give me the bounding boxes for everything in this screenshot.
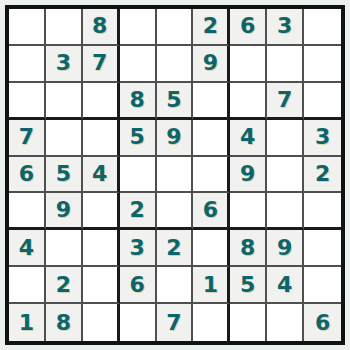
cell-r5c5[interactable] xyxy=(157,157,194,194)
cell-r7c9[interactable] xyxy=(304,230,341,267)
cell-r3c3[interactable] xyxy=(83,83,120,120)
cell-r2c6[interactable]: 9 xyxy=(193,46,230,83)
cell-r9c3[interactable] xyxy=(83,304,120,341)
cell-r7c4[interactable]: 3 xyxy=(120,230,157,267)
cell-r8c4[interactable]: 6 xyxy=(120,267,157,304)
cell-r6c7[interactable] xyxy=(230,193,267,230)
cell-r5c3[interactable]: 4 xyxy=(83,157,120,194)
cell-r9c4[interactable] xyxy=(120,304,157,341)
cell-r4c9[interactable]: 3 xyxy=(304,120,341,157)
cell-r9c8[interactable] xyxy=(267,304,304,341)
cell-r6c4[interactable]: 2 xyxy=(120,193,157,230)
cell-r8c6[interactable]: 1 xyxy=(193,267,230,304)
cell-r2c1[interactable] xyxy=(9,46,46,83)
cell-r5c8[interactable] xyxy=(267,157,304,194)
cell-r4c7[interactable]: 4 xyxy=(230,120,267,157)
cell-r8c1[interactable] xyxy=(9,267,46,304)
cell-r1c8[interactable]: 3 xyxy=(267,9,304,46)
cell-r2c3[interactable]: 7 xyxy=(83,46,120,83)
cell-r5c9[interactable]: 2 xyxy=(304,157,341,194)
cell-r3c7[interactable] xyxy=(230,83,267,120)
cell-r7c6[interactable] xyxy=(193,230,230,267)
cell-r9c5[interactable]: 7 xyxy=(157,304,194,341)
cell-r2c2[interactable]: 3 xyxy=(46,46,83,83)
cell-r6c5[interactable] xyxy=(157,193,194,230)
cell-r2c4[interactable] xyxy=(120,46,157,83)
cell-r4c1[interactable]: 7 xyxy=(9,120,46,157)
cell-r6c2[interactable]: 9 xyxy=(46,193,83,230)
cell-r6c6[interactable]: 6 xyxy=(193,193,230,230)
cell-r1c9[interactable] xyxy=(304,9,341,46)
cell-r9c9[interactable]: 6 xyxy=(304,304,341,341)
cell-r7c2[interactable] xyxy=(46,230,83,267)
cell-r3c6[interactable] xyxy=(193,83,230,120)
sudoku-board: 8263379857759436549292643289261541876 xyxy=(5,5,345,345)
cell-r2c8[interactable] xyxy=(267,46,304,83)
cell-r8c2[interactable]: 2 xyxy=(46,267,83,304)
cell-r5c4[interactable] xyxy=(120,157,157,194)
cell-r1c4[interactable] xyxy=(120,9,157,46)
cell-r7c1[interactable]: 4 xyxy=(9,230,46,267)
cell-r5c1[interactable]: 6 xyxy=(9,157,46,194)
cell-r3c9[interactable] xyxy=(304,83,341,120)
cell-r1c5[interactable] xyxy=(157,9,194,46)
cell-r9c1[interactable]: 1 xyxy=(9,304,46,341)
cell-r1c7[interactable]: 6 xyxy=(230,9,267,46)
cell-r1c2[interactable] xyxy=(46,9,83,46)
cell-r5c2[interactable]: 5 xyxy=(46,157,83,194)
cell-r7c8[interactable]: 9 xyxy=(267,230,304,267)
page-background: 8263379857759436549292643289261541876 xyxy=(0,0,350,350)
cell-r9c6[interactable] xyxy=(193,304,230,341)
cell-r2c7[interactable] xyxy=(230,46,267,83)
cell-r3c1[interactable] xyxy=(9,83,46,120)
cell-r4c2[interactable] xyxy=(46,120,83,157)
cell-r9c2[interactable]: 8 xyxy=(46,304,83,341)
cell-r6c9[interactable] xyxy=(304,193,341,230)
cell-r2c5[interactable] xyxy=(157,46,194,83)
cell-r7c3[interactable] xyxy=(83,230,120,267)
cell-r4c5[interactable]: 9 xyxy=(157,120,194,157)
cell-r1c1[interactable] xyxy=(9,9,46,46)
cell-r4c6[interactable] xyxy=(193,120,230,157)
cell-r8c7[interactable]: 5 xyxy=(230,267,267,304)
cell-r5c6[interactable] xyxy=(193,157,230,194)
cell-r7c7[interactable]: 8 xyxy=(230,230,267,267)
cell-r8c8[interactable]: 4 xyxy=(267,267,304,304)
cell-r7c5[interactable]: 2 xyxy=(157,230,194,267)
cell-r3c5[interactable]: 5 xyxy=(157,83,194,120)
cell-r3c4[interactable]: 8 xyxy=(120,83,157,120)
cell-r6c1[interactable] xyxy=(9,193,46,230)
cell-r3c8[interactable]: 7 xyxy=(267,83,304,120)
cell-r4c4[interactable]: 5 xyxy=(120,120,157,157)
cell-r8c5[interactable] xyxy=(157,267,194,304)
cell-r1c6[interactable]: 2 xyxy=(193,9,230,46)
cell-r8c3[interactable] xyxy=(83,267,120,304)
cell-r3c2[interactable] xyxy=(46,83,83,120)
cell-r8c9[interactable] xyxy=(304,267,341,304)
cell-r6c3[interactable] xyxy=(83,193,120,230)
cell-r4c8[interactable] xyxy=(267,120,304,157)
cell-r2c9[interactable] xyxy=(304,46,341,83)
cell-r5c7[interactable]: 9 xyxy=(230,157,267,194)
cell-r4c3[interactable] xyxy=(83,120,120,157)
cell-r9c7[interactable] xyxy=(230,304,267,341)
cell-r1c3[interactable]: 8 xyxy=(83,9,120,46)
cell-r6c8[interactable] xyxy=(267,193,304,230)
